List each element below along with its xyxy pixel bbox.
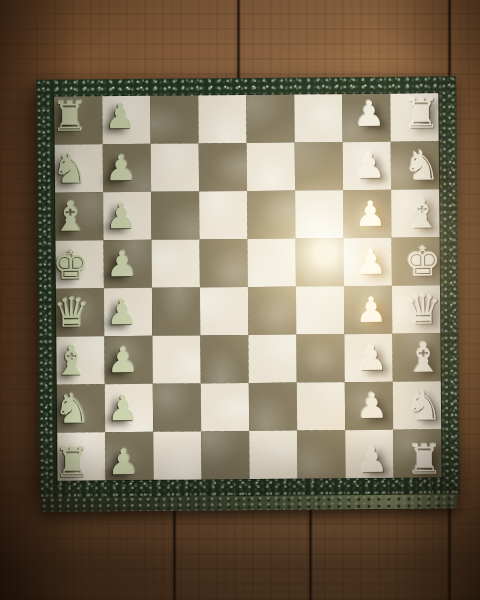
board-granite-border: ♜♟♟♜♞♟♟♞♝♟♟♝♚♟♟♚♛♟♟♛♝♟♟♝♞♟♟♞♜♟♟♜ [36,76,460,498]
square-e7[interactable]: ♟ [104,240,152,288]
piece-white-pawn-g2[interactable]: ♟ [346,142,394,190]
piece-white-pawn-e2[interactable]: ♟ [347,238,395,286]
square-g6[interactable] [151,143,199,191]
square-g4[interactable] [247,143,295,191]
square-h5[interactable] [198,95,246,143]
piece-white-rook-h1[interactable]: ♜ [397,89,445,137]
square-d3[interactable] [296,286,344,334]
square-d5[interactable] [200,287,248,335]
piece-green-pawn-f7[interactable]: ♟ [97,192,145,240]
piece-green-pawn-a7[interactable]: ♟ [99,438,147,486]
square-f4[interactable] [247,191,295,239]
square-h1[interactable]: ♜ [390,93,438,141]
square-h7[interactable]: ♟ [102,96,150,144]
piece-green-knight-g8[interactable]: ♞ [46,144,94,192]
square-h3[interactable] [294,94,342,142]
piece-white-pawn-f2[interactable]: ♟ [346,190,394,238]
square-b4[interactable] [249,383,297,431]
square-a5[interactable] [201,431,249,479]
square-c2[interactable]: ♟ [344,334,392,382]
piece-white-knight-b1[interactable]: ♞ [400,381,448,429]
square-a2[interactable]: ♟ [345,430,393,478]
square-e3[interactable] [296,238,344,286]
square-f6[interactable] [151,191,199,239]
piece-green-rook-a8[interactable]: ♜ [48,438,96,486]
square-a7[interactable]: ♟ [105,432,153,480]
piece-green-king-e8[interactable]: ♚ [47,240,95,288]
square-f7[interactable]: ♟ [103,192,151,240]
square-d1[interactable]: ♛ [392,285,440,333]
piece-white-pawn-h2[interactable]: ♟ [345,90,393,138]
square-f3[interactable] [295,190,343,238]
square-b5[interactable] [201,383,249,431]
square-a1[interactable]: ♜ [393,429,441,477]
square-e5[interactable] [200,239,248,287]
piece-green-pawn-h7[interactable]: ♟ [96,92,144,140]
piece-white-pawn-b2[interactable]: ♟ [348,382,396,430]
square-c6[interactable] [152,335,200,383]
piece-white-queen-d1[interactable]: ♛ [399,285,447,333]
piece-green-pawn-b7[interactable]: ♟ [99,384,147,432]
piece-green-bishop-c8[interactable]: ♝ [47,336,95,384]
piece-green-pawn-g7[interactable]: ♟ [97,144,145,192]
square-h4[interactable] [246,95,294,143]
square-f1[interactable]: ♝ [391,189,439,237]
chess-board: ♜♟♟♜♞♟♟♞♝♟♟♝♚♟♟♚♛♟♟♛♝♟♟♝♞♟♟♞♜♟♟♜ [36,76,460,512]
piece-white-knight-g1[interactable]: ♞ [398,141,446,189]
board-grid: ♜♟♟♜♞♟♟♞♝♟♟♝♚♟♟♚♛♟♟♛♝♟♟♝♞♟♟♞♜♟♟♜ [54,93,441,480]
square-d6[interactable] [152,287,200,335]
square-f5[interactable] [199,191,247,239]
square-g5[interactable] [199,143,247,191]
piece-green-pawn-d7[interactable]: ♟ [98,288,146,336]
piece-green-pawn-c7[interactable]: ♟ [98,336,146,384]
square-h6[interactable] [150,95,198,143]
square-b7[interactable]: ♟ [105,384,153,432]
photo-scene: ♜♟♟♜♞♟♟♞♝♟♟♝♚♟♟♚♛♟♟♛♝♟♟♝♞♟♟♞♜♟♟♜ [0,0,480,600]
square-d4[interactable] [248,287,296,335]
piece-green-queen-d8[interactable]: ♛ [47,288,95,336]
square-e6[interactable] [152,239,200,287]
square-b3[interactable] [297,382,345,430]
square-a3[interactable] [297,430,345,478]
square-b2[interactable]: ♟ [345,382,393,430]
square-e2[interactable]: ♟ [344,238,392,286]
square-h2[interactable]: ♟ [342,94,390,142]
piece-white-rook-a1[interactable]: ♜ [400,435,448,483]
square-b1[interactable]: ♞ [393,381,441,429]
square-g1[interactable]: ♞ [391,141,439,189]
square-e1[interactable]: ♚ [392,237,440,285]
square-a4[interactable] [249,431,297,479]
piece-white-pawn-c2[interactable]: ♟ [347,334,395,382]
square-a6[interactable] [153,431,201,479]
piece-white-bishop-c1[interactable]: ♝ [399,333,447,381]
square-f2[interactable]: ♟ [343,190,391,238]
square-c5[interactable] [200,335,248,383]
square-b6[interactable] [153,383,201,431]
square-g2[interactable]: ♟ [343,142,391,190]
piece-white-pawn-a2[interactable]: ♟ [348,436,396,484]
square-d2[interactable]: ♟ [344,286,392,334]
piece-white-pawn-d2[interactable]: ♟ [347,286,395,334]
square-g3[interactable] [295,142,343,190]
square-c3[interactable] [296,334,344,382]
piece-green-knight-b8[interactable]: ♞ [48,384,96,432]
square-g7[interactable]: ♟ [103,144,151,192]
piece-green-bishop-f8[interactable]: ♝ [46,192,94,240]
square-e4[interactable] [248,239,296,287]
wood-plank-seam [236,0,241,86]
square-c7[interactable]: ♟ [104,336,152,384]
square-c4[interactable] [248,335,296,383]
piece-green-rook-h8[interactable]: ♜ [45,92,93,140]
piece-green-pawn-e7[interactable]: ♟ [98,240,146,288]
piece-white-bishop-f1[interactable]: ♝ [398,189,446,237]
piece-white-king-e1[interactable]: ♚ [399,237,447,285]
square-c1[interactable]: ♝ [392,333,440,381]
wood-plank-seam [308,494,313,600]
square-d7[interactable]: ♟ [104,288,152,336]
